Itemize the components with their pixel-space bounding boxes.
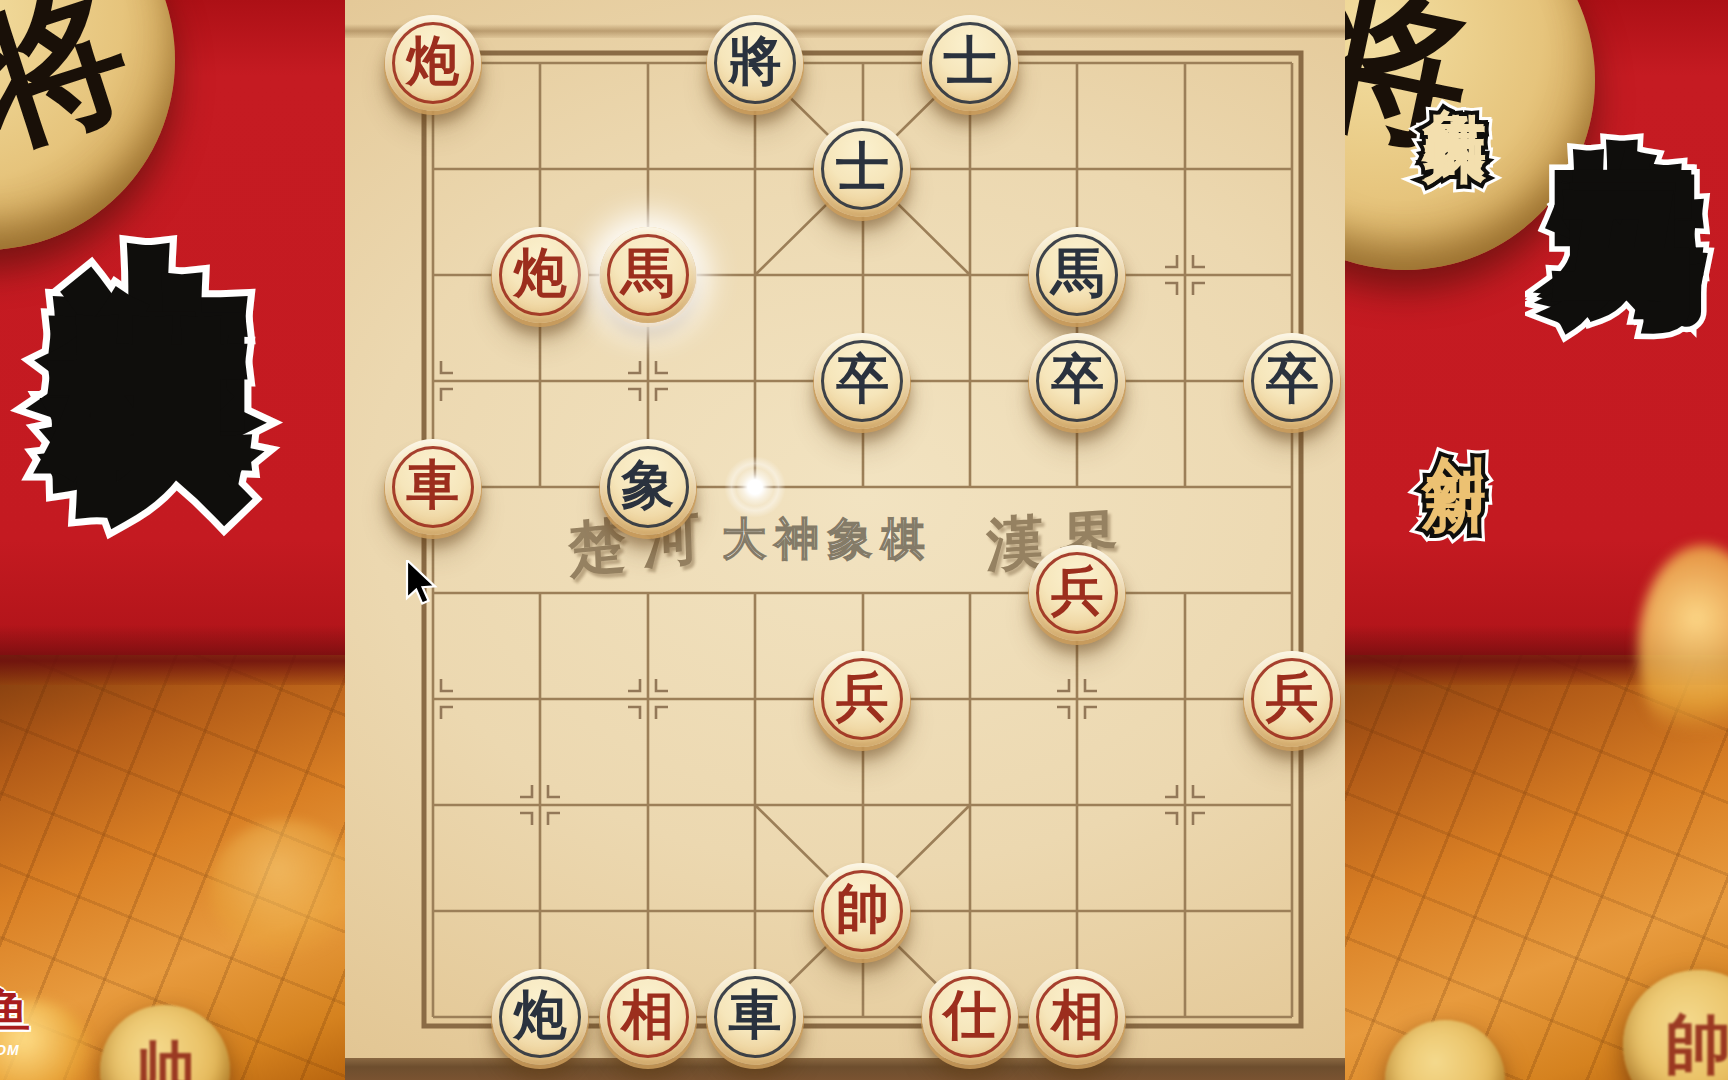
piece-black-general[interactable]: 將 [707, 15, 803, 111]
piece-character: 相 [1051, 989, 1104, 1042]
piece-red-general[interactable]: 帥 [814, 863, 910, 959]
piece-character: 卒 [836, 353, 889, 406]
piece-character: 士 [836, 141, 889, 194]
piece-black-elephant[interactable]: 象 [600, 439, 696, 535]
right-banner-subtitle: 象棋大师 象棋大师 象棋大师 [1412, 56, 1482, 356]
board-intersection-grid[interactable]: 炮將士士炮馬馬卒卒卒車象兵兵兵帥炮相車仕相 [379, 10, 1346, 1070]
right-banner-title: 中炮对屏风马 中炮对屏风马 中炮对屏风马 [1533, 30, 1683, 970]
piece-red-soldier[interactable]: 兵 [1244, 651, 1340, 747]
position-marker [625, 358, 671, 404]
left-banner: 将 帅 大神象棋 大神象棋 大神象棋 鱼 COM [0, 0, 345, 1080]
piece-black-soldier[interactable]: 卒 [814, 333, 910, 429]
piece-character: 炮 [514, 989, 567, 1042]
position-marker [1162, 252, 1208, 298]
right-banner-subtitle2: 创新 创新 创新 [1412, 404, 1482, 574]
piece-black-soldier[interactable]: 卒 [1029, 333, 1125, 429]
piece-character: 象 [621, 459, 674, 512]
piece-character: 炮 [406, 35, 459, 88]
piece-black-cannon[interactable]: 炮 [492, 969, 588, 1065]
piece-black-chariot[interactable]: 車 [707, 969, 803, 1065]
piece-red-elephant[interactable]: 相 [1029, 969, 1125, 1065]
piece-character: 車 [729, 989, 782, 1042]
app-window: 楚河 漢界 大神象棋 炮將士士炮馬馬卒卒卒車象兵兵兵帥炮相車仕相 将 帅 大神象… [0, 0, 1728, 1080]
piece-character: 帥 [836, 883, 889, 936]
piece-character: 馬 [1051, 247, 1104, 300]
piece-black-advisor[interactable]: 士 [814, 121, 910, 217]
piece-character: 炮 [514, 247, 567, 300]
piece-character: 將 [729, 35, 782, 88]
piece-red-advisor[interactable]: 仕 [922, 969, 1018, 1065]
piece-character: 相 [621, 989, 674, 1042]
douyu-logo: 鱼 COM [0, 980, 54, 1058]
piece-character: 卒 [1266, 353, 1319, 406]
piece-character: 兵 [1266, 671, 1319, 724]
right-banner: 将 帥 象棋大师 象棋大师 象棋大师 创新 创新 创新 中炮对屏风马 中炮对屏风… [1345, 0, 1728, 1080]
piece-character: 兵 [836, 671, 889, 724]
left-banner-title: 大神象棋 大神象棋 大神象棋 [24, 98, 224, 978]
position-marker [1162, 782, 1208, 828]
piece-character: 仕 [943, 989, 996, 1042]
piece-red-cannon[interactable]: 炮 [385, 15, 481, 111]
position-marker [1054, 676, 1100, 722]
piece-red-soldier[interactable]: 兵 [1029, 545, 1125, 641]
position-marker [625, 676, 671, 722]
piece-character: 卒 [1051, 353, 1104, 406]
position-marker [410, 358, 456, 404]
position-marker [517, 782, 563, 828]
piece-character: 馬 [621, 247, 674, 300]
piece-red-horse[interactable]: 馬 [600, 227, 696, 323]
piece-red-elephant[interactable]: 相 [600, 969, 696, 1065]
piece-red-cannon[interactable]: 炮 [492, 227, 588, 323]
piece-character: 車 [406, 459, 459, 512]
piece-black-soldier[interactable]: 卒 [1244, 333, 1340, 429]
position-marker [410, 676, 456, 722]
piece-character: 士 [943, 35, 996, 88]
piece-red-chariot[interactable]: 車 [385, 439, 481, 535]
mouse-cursor-icon [405, 560, 445, 612]
piece-red-soldier[interactable]: 兵 [814, 651, 910, 747]
move-origin-glow [723, 455, 787, 519]
piece-black-horse[interactable]: 馬 [1029, 227, 1125, 323]
piece-character: 兵 [1051, 565, 1104, 618]
piece-black-advisor[interactable]: 士 [922, 15, 1018, 111]
